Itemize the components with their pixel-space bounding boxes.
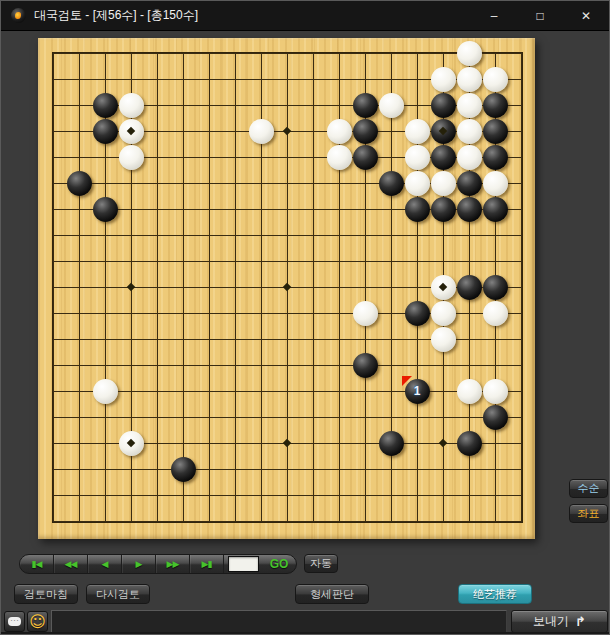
intersection-1-3[interactable] bbox=[66, 118, 92, 144]
intersection-8-11[interactable] bbox=[248, 326, 274, 352]
finish-review-button[interactable]: 검토마침 bbox=[14, 584, 78, 604]
intersection-12-6[interactable] bbox=[352, 196, 378, 222]
intersection-4-17[interactable] bbox=[144, 482, 170, 508]
intersection-5-0[interactable] bbox=[170, 40, 196, 66]
intersection-0-9[interactable] bbox=[40, 274, 66, 300]
intersection-15-14[interactable] bbox=[430, 404, 456, 430]
intersection-16-5[interactable] bbox=[456, 170, 482, 196]
intersection-9-0[interactable] bbox=[274, 40, 300, 66]
intersection-18-15[interactable] bbox=[508, 430, 534, 456]
intersection-7-16[interactable] bbox=[222, 456, 248, 482]
intersection-4-15[interactable] bbox=[144, 430, 170, 456]
intersection-1-18[interactable] bbox=[66, 508, 92, 534]
intersection-18-14[interactable] bbox=[508, 404, 534, 430]
intersection-14-1[interactable] bbox=[404, 66, 430, 92]
intersection-0-15[interactable] bbox=[40, 430, 66, 456]
intersection-16-16[interactable] bbox=[456, 456, 482, 482]
intersection-2-13[interactable] bbox=[92, 378, 118, 404]
intersection-18-3[interactable] bbox=[508, 118, 534, 144]
intersection-1-1[interactable] bbox=[66, 66, 92, 92]
intersection-16-0[interactable] bbox=[456, 40, 482, 66]
intersection-17-17[interactable] bbox=[482, 482, 508, 508]
intersection-18-7[interactable] bbox=[508, 222, 534, 248]
intersection-16-17[interactable] bbox=[456, 482, 482, 508]
intersection-16-10[interactable] bbox=[456, 300, 482, 326]
intersection-5-7[interactable] bbox=[170, 222, 196, 248]
intersection-4-14[interactable] bbox=[144, 404, 170, 430]
intersection-6-7[interactable] bbox=[196, 222, 222, 248]
intersection-2-8[interactable] bbox=[92, 248, 118, 274]
intersection-4-6[interactable] bbox=[144, 196, 170, 222]
intersection-13-1[interactable] bbox=[378, 66, 404, 92]
intersection-0-4[interactable] bbox=[40, 144, 66, 170]
intersection-18-10[interactable] bbox=[508, 300, 534, 326]
intersection-9-16[interactable] bbox=[274, 456, 300, 482]
intersection-14-18[interactable] bbox=[404, 508, 430, 534]
intersection-14-7[interactable] bbox=[404, 222, 430, 248]
intersection-8-0[interactable] bbox=[248, 40, 274, 66]
intersection-8-16[interactable] bbox=[248, 456, 274, 482]
intersection-2-2[interactable] bbox=[92, 92, 118, 118]
intersection-8-18[interactable] bbox=[248, 508, 274, 534]
intersection-10-14[interactable] bbox=[300, 404, 326, 430]
intersection-0-11[interactable] bbox=[40, 326, 66, 352]
intersection-16-1[interactable] bbox=[456, 66, 482, 92]
intersection-3-17[interactable] bbox=[118, 482, 144, 508]
intersection-1-16[interactable] bbox=[66, 456, 92, 482]
intersection-4-9[interactable] bbox=[144, 274, 170, 300]
intersection-18-2[interactable] bbox=[508, 92, 534, 118]
intersection-2-0[interactable] bbox=[92, 40, 118, 66]
intersection-11-11[interactable] bbox=[326, 326, 352, 352]
intersection-2-15[interactable] bbox=[92, 430, 118, 456]
first-move-button[interactable]: ▮◀ bbox=[20, 555, 54, 573]
intersection-11-10[interactable] bbox=[326, 300, 352, 326]
intersection-12-14[interactable] bbox=[352, 404, 378, 430]
intersection-2-6[interactable] bbox=[92, 196, 118, 222]
intersection-14-15[interactable] bbox=[404, 430, 430, 456]
intersection-17-14[interactable] bbox=[482, 404, 508, 430]
intersection-6-0[interactable] bbox=[196, 40, 222, 66]
intersection-0-7[interactable] bbox=[40, 222, 66, 248]
intersection-6-13[interactable] bbox=[196, 378, 222, 404]
intersection-3-14[interactable] bbox=[118, 404, 144, 430]
intersection-9-10[interactable] bbox=[274, 300, 300, 326]
intersection-18-4[interactable] bbox=[508, 144, 534, 170]
intersection-10-4[interactable] bbox=[300, 144, 326, 170]
intersection-2-18[interactable] bbox=[92, 508, 118, 534]
intersection-17-9[interactable] bbox=[482, 274, 508, 300]
intersection-15-8[interactable] bbox=[430, 248, 456, 274]
intersection-17-3[interactable] bbox=[482, 118, 508, 144]
intersection-13-14[interactable] bbox=[378, 404, 404, 430]
intersection-11-4[interactable] bbox=[326, 144, 352, 170]
intersection-2-4[interactable] bbox=[92, 144, 118, 170]
intersection-1-13[interactable] bbox=[66, 378, 92, 404]
intersection-18-5[interactable] bbox=[508, 170, 534, 196]
intersection-15-0[interactable] bbox=[430, 40, 456, 66]
intersection-0-14[interactable] bbox=[40, 404, 66, 430]
intersection-1-5[interactable] bbox=[66, 170, 92, 196]
intersection-15-7[interactable] bbox=[430, 222, 456, 248]
intersection-7-8[interactable] bbox=[222, 248, 248, 274]
intersection-17-15[interactable] bbox=[482, 430, 508, 456]
intersection-8-6[interactable] bbox=[248, 196, 274, 222]
intersection-3-7[interactable] bbox=[118, 222, 144, 248]
intersection-8-3[interactable] bbox=[248, 118, 274, 144]
intersection-5-14[interactable] bbox=[170, 404, 196, 430]
intersection-14-17[interactable] bbox=[404, 482, 430, 508]
intersection-9-11[interactable] bbox=[274, 326, 300, 352]
intersection-1-2[interactable] bbox=[66, 92, 92, 118]
intersection-3-18[interactable] bbox=[118, 508, 144, 534]
fast-forward-button[interactable]: ▶▶ bbox=[156, 555, 190, 573]
intersection-11-13[interactable] bbox=[326, 378, 352, 404]
intersection-5-8[interactable] bbox=[170, 248, 196, 274]
intersection-15-16[interactable] bbox=[430, 456, 456, 482]
intersection-14-0[interactable] bbox=[404, 40, 430, 66]
move-number-input[interactable] bbox=[228, 556, 259, 572]
intersection-7-5[interactable] bbox=[222, 170, 248, 196]
intersection-8-15[interactable] bbox=[248, 430, 274, 456]
intersection-18-6[interactable] bbox=[508, 196, 534, 222]
intersection-12-17[interactable] bbox=[352, 482, 378, 508]
intersection-11-1[interactable] bbox=[326, 66, 352, 92]
intersection-12-16[interactable] bbox=[352, 456, 378, 482]
intersection-15-10[interactable] bbox=[430, 300, 456, 326]
intersection-11-14[interactable] bbox=[326, 404, 352, 430]
intersection-4-1[interactable] bbox=[144, 66, 170, 92]
intersection-5-4[interactable] bbox=[170, 144, 196, 170]
intersection-17-13[interactable] bbox=[482, 378, 508, 404]
intersection-12-15[interactable] bbox=[352, 430, 378, 456]
intersection-16-2[interactable] bbox=[456, 92, 482, 118]
intersection-4-5[interactable] bbox=[144, 170, 170, 196]
intersection-15-2[interactable] bbox=[430, 92, 456, 118]
intersection-9-17[interactable] bbox=[274, 482, 300, 508]
intersection-0-17[interactable] bbox=[40, 482, 66, 508]
intersection-6-3[interactable] bbox=[196, 118, 222, 144]
intersection-13-5[interactable] bbox=[378, 170, 404, 196]
auto-play-button[interactable]: 자동 bbox=[304, 554, 338, 573]
intersection-5-6[interactable] bbox=[170, 196, 196, 222]
intersection-12-12[interactable] bbox=[352, 352, 378, 378]
intersection-1-8[interactable] bbox=[66, 248, 92, 274]
intersection-7-3[interactable] bbox=[222, 118, 248, 144]
intersection-8-17[interactable] bbox=[248, 482, 274, 508]
intersection-12-4[interactable] bbox=[352, 144, 378, 170]
intersection-4-8[interactable] bbox=[144, 248, 170, 274]
intersection-8-9[interactable] bbox=[248, 274, 274, 300]
intersection-10-0[interactable] bbox=[300, 40, 326, 66]
intersection-6-10[interactable] bbox=[196, 300, 222, 326]
intersection-14-6[interactable] bbox=[404, 196, 430, 222]
intersection-7-6[interactable] bbox=[222, 196, 248, 222]
intersection-2-14[interactable] bbox=[92, 404, 118, 430]
fast-backward-button[interactable]: ◀◀ bbox=[54, 555, 88, 573]
intersection-11-12[interactable] bbox=[326, 352, 352, 378]
intersection-5-11[interactable] bbox=[170, 326, 196, 352]
intersection-0-3[interactable] bbox=[40, 118, 66, 144]
intersection-13-10[interactable] bbox=[378, 300, 404, 326]
intersection-13-13[interactable] bbox=[378, 378, 404, 404]
intersection-8-14[interactable] bbox=[248, 404, 274, 430]
intersection-11-7[interactable] bbox=[326, 222, 352, 248]
intersection-13-8[interactable] bbox=[378, 248, 404, 274]
intersection-1-9[interactable] bbox=[66, 274, 92, 300]
intersection-14-5[interactable] bbox=[404, 170, 430, 196]
intersection-16-4[interactable] bbox=[456, 144, 482, 170]
intersection-0-5[interactable] bbox=[40, 170, 66, 196]
intersection-6-12[interactable] bbox=[196, 352, 222, 378]
intersection-14-11[interactable] bbox=[404, 326, 430, 352]
intersection-11-15[interactable] bbox=[326, 430, 352, 456]
intersection-17-8[interactable] bbox=[482, 248, 508, 274]
intersection-2-12[interactable] bbox=[92, 352, 118, 378]
intersection-16-14[interactable] bbox=[456, 404, 482, 430]
intersection-4-0[interactable] bbox=[144, 40, 170, 66]
intersection-2-16[interactable] bbox=[92, 456, 118, 482]
intersection-5-1[interactable] bbox=[170, 66, 196, 92]
intersection-10-15[interactable] bbox=[300, 430, 326, 456]
intersection-7-17[interactable] bbox=[222, 482, 248, 508]
intersection-1-12[interactable] bbox=[66, 352, 92, 378]
intersection-17-11[interactable] bbox=[482, 326, 508, 352]
intersection-15-17[interactable] bbox=[430, 482, 456, 508]
intersection-16-15[interactable] bbox=[456, 430, 482, 456]
intersection-13-16[interactable] bbox=[378, 456, 404, 482]
intersection-6-6[interactable] bbox=[196, 196, 222, 222]
intersection-1-10[interactable] bbox=[66, 300, 92, 326]
intersection-6-5[interactable] bbox=[196, 170, 222, 196]
intersection-16-3[interactable] bbox=[456, 118, 482, 144]
intersection-12-11[interactable] bbox=[352, 326, 378, 352]
intersection-2-17[interactable] bbox=[92, 482, 118, 508]
go-button[interactable]: GO bbox=[262, 555, 296, 573]
intersection-18-16[interactable] bbox=[508, 456, 534, 482]
intersection-8-8[interactable] bbox=[248, 248, 274, 274]
intersection-12-7[interactable] bbox=[352, 222, 378, 248]
last-move-button[interactable]: ▶▮ bbox=[190, 555, 224, 573]
intersection-5-9[interactable] bbox=[170, 274, 196, 300]
intersection-10-3[interactable] bbox=[300, 118, 326, 144]
intersection-18-13[interactable] bbox=[508, 378, 534, 404]
intersection-6-15[interactable] bbox=[196, 430, 222, 456]
intersection-5-12[interactable] bbox=[170, 352, 196, 378]
intersection-12-3[interactable] bbox=[352, 118, 378, 144]
intersection-5-5[interactable] bbox=[170, 170, 196, 196]
maximize-button[interactable]: □ bbox=[517, 1, 563, 30]
intersection-1-17[interactable] bbox=[66, 482, 92, 508]
intersection-10-7[interactable] bbox=[300, 222, 326, 248]
chat-bubble-button[interactable]: ··· bbox=[4, 611, 25, 632]
intersection-3-11[interactable] bbox=[118, 326, 144, 352]
intersection-14-16[interactable] bbox=[404, 456, 430, 482]
intersection-18-11[interactable] bbox=[508, 326, 534, 352]
intersection-16-12[interactable] bbox=[456, 352, 482, 378]
intersection-18-18[interactable] bbox=[508, 508, 534, 534]
intersection-15-1[interactable] bbox=[430, 66, 456, 92]
intersection-17-18[interactable] bbox=[482, 508, 508, 534]
intersection-14-14[interactable] bbox=[404, 404, 430, 430]
intersection-12-18[interactable] bbox=[352, 508, 378, 534]
intersection-4-16[interactable] bbox=[144, 456, 170, 482]
intersection-4-10[interactable] bbox=[144, 300, 170, 326]
intersection-4-4[interactable] bbox=[144, 144, 170, 170]
intersection-7-12[interactable] bbox=[222, 352, 248, 378]
intersection-9-6[interactable] bbox=[274, 196, 300, 222]
territory-judge-button[interactable]: 형세판단 bbox=[295, 584, 369, 604]
intersection-0-8[interactable] bbox=[40, 248, 66, 274]
intersection-1-6[interactable] bbox=[66, 196, 92, 222]
intersection-10-13[interactable] bbox=[300, 378, 326, 404]
intersection-16-8[interactable] bbox=[456, 248, 482, 274]
intersection-17-5[interactable] bbox=[482, 170, 508, 196]
intersection-16-18[interactable] bbox=[456, 508, 482, 534]
intersection-6-8[interactable] bbox=[196, 248, 222, 274]
intersection-9-7[interactable] bbox=[274, 222, 300, 248]
chat-input[interactable] bbox=[51, 610, 507, 633]
intersection-0-12[interactable] bbox=[40, 352, 66, 378]
intersection-12-8[interactable] bbox=[352, 248, 378, 274]
intersection-8-4[interactable] bbox=[248, 144, 274, 170]
intersection-0-10[interactable] bbox=[40, 300, 66, 326]
intersection-8-13[interactable] bbox=[248, 378, 274, 404]
intersection-13-18[interactable] bbox=[378, 508, 404, 534]
intersection-10-5[interactable] bbox=[300, 170, 326, 196]
intersection-5-18[interactable] bbox=[170, 508, 196, 534]
intersection-7-2[interactable] bbox=[222, 92, 248, 118]
intersection-12-10[interactable] bbox=[352, 300, 378, 326]
intersection-10-1[interactable] bbox=[300, 66, 326, 92]
intersection-17-4[interactable] bbox=[482, 144, 508, 170]
intersection-3-12[interactable] bbox=[118, 352, 144, 378]
intersection-1-0[interactable] bbox=[66, 40, 92, 66]
intersection-2-10[interactable] bbox=[92, 300, 118, 326]
intersection-14-8[interactable] bbox=[404, 248, 430, 274]
intersection-13-17[interactable] bbox=[378, 482, 404, 508]
intersection-8-1[interactable] bbox=[248, 66, 274, 92]
intersection-2-7[interactable] bbox=[92, 222, 118, 248]
intersection-3-13[interactable] bbox=[118, 378, 144, 404]
intersection-17-12[interactable] bbox=[482, 352, 508, 378]
intersection-13-11[interactable] bbox=[378, 326, 404, 352]
intersection-3-0[interactable] bbox=[118, 40, 144, 66]
intersection-18-0[interactable] bbox=[508, 40, 534, 66]
intersection-11-3[interactable] bbox=[326, 118, 352, 144]
intersection-0-2[interactable] bbox=[40, 92, 66, 118]
intersection-1-11[interactable] bbox=[66, 326, 92, 352]
intersection-11-18[interactable] bbox=[326, 508, 352, 534]
intersection-18-8[interactable] bbox=[508, 248, 534, 274]
intersection-13-12[interactable] bbox=[378, 352, 404, 378]
intersection-17-2[interactable] bbox=[482, 92, 508, 118]
intersection-4-18[interactable] bbox=[144, 508, 170, 534]
intersection-9-4[interactable] bbox=[274, 144, 300, 170]
intersection-10-16[interactable] bbox=[300, 456, 326, 482]
intersection-12-1[interactable] bbox=[352, 66, 378, 92]
intersection-6-18[interactable] bbox=[196, 508, 222, 534]
intersection-5-10[interactable] bbox=[170, 300, 196, 326]
ai-recommend-button[interactable]: 绝艺推荐 bbox=[458, 584, 532, 604]
intersection-0-6[interactable] bbox=[40, 196, 66, 222]
intersection-13-3[interactable] bbox=[378, 118, 404, 144]
intersection-16-11[interactable] bbox=[456, 326, 482, 352]
intersection-15-4[interactable] bbox=[430, 144, 456, 170]
intersection-11-2[interactable] bbox=[326, 92, 352, 118]
intersection-10-6[interactable] bbox=[300, 196, 326, 222]
intersection-1-4[interactable] bbox=[66, 144, 92, 170]
intersection-1-15[interactable] bbox=[66, 430, 92, 456]
intersection-15-6[interactable] bbox=[430, 196, 456, 222]
intersection-10-11[interactable] bbox=[300, 326, 326, 352]
intersection-6-11[interactable] bbox=[196, 326, 222, 352]
back-button[interactable]: ◀ bbox=[88, 555, 122, 573]
intersection-15-13[interactable] bbox=[430, 378, 456, 404]
intersection-11-0[interactable] bbox=[326, 40, 352, 66]
intersection-8-2[interactable] bbox=[248, 92, 274, 118]
intersection-6-4[interactable] bbox=[196, 144, 222, 170]
intersection-15-12[interactable] bbox=[430, 352, 456, 378]
intersection-4-3[interactable] bbox=[144, 118, 170, 144]
intersection-0-16[interactable] bbox=[40, 456, 66, 482]
intersection-12-2[interactable] bbox=[352, 92, 378, 118]
intersection-1-14[interactable] bbox=[66, 404, 92, 430]
intersection-3-8[interactable] bbox=[118, 248, 144, 274]
intersection-17-10[interactable] bbox=[482, 300, 508, 326]
intersection-11-8[interactable] bbox=[326, 248, 352, 274]
intersection-7-11[interactable] bbox=[222, 326, 248, 352]
intersection-16-6[interactable] bbox=[456, 196, 482, 222]
intersection-14-4[interactable] bbox=[404, 144, 430, 170]
intersection-10-9[interactable] bbox=[300, 274, 326, 300]
intersection-9-14[interactable] bbox=[274, 404, 300, 430]
intersection-7-7[interactable] bbox=[222, 222, 248, 248]
intersection-7-14[interactable] bbox=[222, 404, 248, 430]
intersection-12-13[interactable] bbox=[352, 378, 378, 404]
intersection-8-5[interactable] bbox=[248, 170, 274, 196]
intersection-3-16[interactable] bbox=[118, 456, 144, 482]
intersection-14-10[interactable] bbox=[404, 300, 430, 326]
intersection-7-0[interactable] bbox=[222, 40, 248, 66]
intersection-12-5[interactable] bbox=[352, 170, 378, 196]
intersection-15-5[interactable] bbox=[430, 170, 456, 196]
intersection-9-12[interactable] bbox=[274, 352, 300, 378]
intersection-6-1[interactable] bbox=[196, 66, 222, 92]
intersection-14-9[interactable] bbox=[404, 274, 430, 300]
intersection-3-2[interactable] bbox=[118, 92, 144, 118]
intersection-18-1[interactable] bbox=[508, 66, 534, 92]
intersection-11-17[interactable] bbox=[326, 482, 352, 508]
intersection-5-3[interactable] bbox=[170, 118, 196, 144]
coordinates-button[interactable]: 좌표 bbox=[569, 504, 608, 523]
intersection-6-14[interactable] bbox=[196, 404, 222, 430]
intersection-14-13[interactable]: 1 bbox=[404, 378, 430, 404]
intersection-9-5[interactable] bbox=[274, 170, 300, 196]
intersection-10-10[interactable] bbox=[300, 300, 326, 326]
minimize-button[interactable]: – bbox=[471, 1, 517, 30]
intersection-3-10[interactable] bbox=[118, 300, 144, 326]
intersection-16-13[interactable] bbox=[456, 378, 482, 404]
intersection-7-15[interactable] bbox=[222, 430, 248, 456]
intersection-5-17[interactable] bbox=[170, 482, 196, 508]
intersection-7-13[interactable] bbox=[222, 378, 248, 404]
intersection-16-9[interactable] bbox=[456, 274, 482, 300]
intersection-13-9[interactable] bbox=[378, 274, 404, 300]
intersection-17-0[interactable] bbox=[482, 40, 508, 66]
intersection-4-11[interactable] bbox=[144, 326, 170, 352]
intersection-7-9[interactable] bbox=[222, 274, 248, 300]
